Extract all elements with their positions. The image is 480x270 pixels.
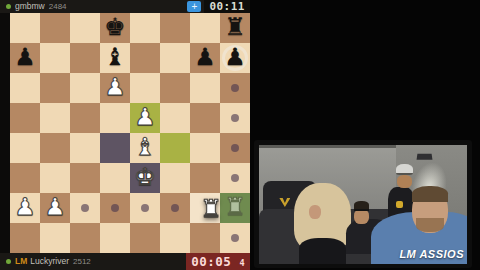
square-h6[interactable] <box>220 73 250 103</box>
square-b5[interactable] <box>40 103 70 133</box>
square-c4[interactable] <box>70 133 100 163</box>
top-player-clock: 00:11 <box>204 0 250 13</box>
square-a8[interactable] <box>10 13 40 43</box>
square-b1[interactable] <box>40 223 70 253</box>
chair-logo <box>279 198 290 207</box>
bottom-player-name[interactable]: Luckyriver <box>30 257 69 266</box>
game-panel: gmbmw 2484 + 00:11 ♚♜♟♝♟♟♟♟♝♚♟♟♜ ♜ LM Lu… <box>0 0 250 270</box>
square-g8[interactable] <box>190 13 220 43</box>
ghost-piece-white-rook: ♜ <box>220 193 250 223</box>
square-g5[interactable] <box>190 103 220 133</box>
square-a3[interactable] <box>10 163 40 193</box>
chess-board[interactable]: ♚♜♟♝♟♟♟♟♝♚♟♟♜ <box>10 13 250 253</box>
square-f3[interactable] <box>160 163 190 193</box>
bottom-player-title: LM <box>15 257 27 266</box>
square-e5[interactable]: ♟ <box>130 103 160 133</box>
online-indicator-icon <box>6 4 11 9</box>
square-g6[interactable] <box>190 73 220 103</box>
square-d6[interactable]: ♟ <box>100 73 130 103</box>
square-h5[interactable] <box>220 103 250 133</box>
square-e8[interactable] <box>130 13 160 43</box>
board-area: ♚♜♟♝♟♟♟♟♝♚♟♟♜ ♜ <box>0 13 250 253</box>
move-dest-dot[interactable] <box>141 204 149 212</box>
move-dest-dot[interactable] <box>111 204 119 212</box>
person-front-man-hair <box>412 186 448 202</box>
square-f6[interactable] <box>160 73 190 103</box>
square-h8[interactable]: ♜ <box>220 13 250 43</box>
webcam-feed: LM ASSIOS <box>254 140 472 268</box>
top-player-bar: gmbmw 2484 + 00:11 <box>0 0 250 13</box>
square-g2[interactable] <box>190 193 220 223</box>
square-d3[interactable] <box>100 163 130 193</box>
square-c6[interactable] <box>70 73 100 103</box>
move-dest-dot[interactable] <box>231 84 239 92</box>
move-dest-dot[interactable] <box>231 234 239 242</box>
person-cap-man-face <box>397 175 412 188</box>
square-f8[interactable] <box>160 13 190 43</box>
square-a2[interactable]: ♟ <box>10 193 40 223</box>
square-d4[interactable] <box>100 133 130 163</box>
square-c1[interactable] <box>70 223 100 253</box>
webcam-scene <box>259 145 467 264</box>
piece-white-pawn: ♟ <box>40 193 70 223</box>
square-a7[interactable]: ♟ <box>10 43 40 73</box>
square-g4[interactable] <box>190 133 220 163</box>
square-a5[interactable] <box>10 103 40 133</box>
piece-white-pawn: ♟ <box>100 73 130 103</box>
square-b4[interactable] <box>40 133 70 163</box>
capture-ring <box>222 45 248 71</box>
square-d5[interactable] <box>100 103 130 133</box>
person-front-man-beard <box>416 218 444 232</box>
move-dest-dot[interactable] <box>231 144 239 152</box>
square-c3[interactable] <box>70 163 100 193</box>
square-e1[interactable] <box>130 223 160 253</box>
square-b3[interactable] <box>40 163 70 193</box>
give-time-button[interactable]: + <box>187 1 201 12</box>
move-dest-dot[interactable] <box>231 174 239 182</box>
bottom-player-clock: 00:05 4 <box>186 253 250 270</box>
square-f1[interactable] <box>160 223 190 253</box>
stream-frame: gmbmw 2484 + 00:11 ♚♜♟♝♟♟♟♟♝♚♟♟♜ ♜ LM Lu… <box>0 0 480 270</box>
piece-black-rook: ♜ <box>220 13 250 43</box>
square-g3[interactable] <box>190 163 220 193</box>
square-e6[interactable] <box>130 73 160 103</box>
person-cap-man-shirt-logo <box>396 201 403 208</box>
square-f4[interactable] <box>160 133 190 163</box>
move-dest-dot[interactable] <box>81 204 89 212</box>
square-e7[interactable] <box>130 43 160 73</box>
square-c2[interactable] <box>70 193 100 223</box>
square-c7[interactable] <box>70 43 100 73</box>
clock-tenths: 4 <box>239 258 245 268</box>
square-f7[interactable] <box>160 43 190 73</box>
piece-white-bishop: ♝ <box>130 133 160 163</box>
square-d2[interactable] <box>100 193 130 223</box>
piece-white-pawn: ♟ <box>130 103 160 133</box>
square-d7[interactable]: ♝ <box>100 43 130 73</box>
square-e3[interactable]: ♚ <box>130 163 160 193</box>
person-blonde-woman-face <box>309 205 321 219</box>
square-e2[interactable] <box>130 193 160 223</box>
square-g7[interactable]: ♟ <box>190 43 220 73</box>
square-e4[interactable]: ♝ <box>130 133 160 163</box>
square-c5[interactable] <box>70 103 100 133</box>
piece-white-pawn: ♟ <box>10 193 40 223</box>
square-d8[interactable]: ♚ <box>100 13 130 43</box>
square-a1[interactable] <box>10 223 40 253</box>
square-a6[interactable] <box>10 73 40 103</box>
top-player-name[interactable]: gmbmw <box>15 2 45 11</box>
square-g1[interactable] <box>190 223 220 253</box>
piece-black-bishop: ♝ <box>100 43 130 73</box>
square-a4[interactable] <box>10 133 40 163</box>
square-h3[interactable] <box>220 163 250 193</box>
top-player-rating: 2484 <box>49 3 67 11</box>
wall-sconce <box>416 154 432 160</box>
piece-black-pawn: ♟ <box>190 43 220 73</box>
square-h7[interactable]: ♟ <box>220 43 250 73</box>
move-dest-dot[interactable] <box>231 114 239 122</box>
square-f2[interactable] <box>160 193 190 223</box>
square-b8[interactable] <box>40 13 70 43</box>
square-b2[interactable]: ♟ <box>40 193 70 223</box>
square-b6[interactable] <box>40 73 70 103</box>
piece-black-king: ♚ <box>100 13 130 43</box>
square-b7[interactable] <box>40 43 70 73</box>
piece-white-king: ♚ <box>130 163 160 193</box>
square-h1[interactable] <box>220 223 250 253</box>
square-h4[interactable] <box>220 133 250 163</box>
person-blonde-woman-body <box>299 238 347 264</box>
bottom-player-rating: 2512 <box>73 258 91 266</box>
cap-icon <box>396 164 413 175</box>
bottom-player-bar: LM Luckyriver 2512 00:05 4 <box>0 253 250 270</box>
square-h2[interactable]: ♜ <box>220 193 250 223</box>
move-dest-dot[interactable] <box>171 204 179 212</box>
stream-watermark: LM ASSIOS <box>399 248 464 260</box>
glasses-icon <box>354 209 369 214</box>
stream-background: LM ASSIOS <box>250 0 480 270</box>
square-c8[interactable] <box>70 13 100 43</box>
piece-black-pawn: ♟ <box>10 43 40 73</box>
online-indicator-icon <box>6 259 11 264</box>
square-d1[interactable] <box>100 223 130 253</box>
square-f5[interactable] <box>160 103 190 133</box>
